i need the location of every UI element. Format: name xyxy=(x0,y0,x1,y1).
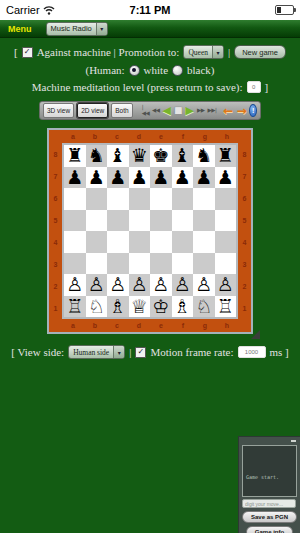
coord-label: 3 xyxy=(238,253,251,275)
square-f2[interactable]: ♙ xyxy=(172,274,194,296)
coord-label: 3 xyxy=(49,253,62,275)
square-c8[interactable]: ♝ xyxy=(107,145,129,167)
piece-a1: ♖ xyxy=(66,297,83,316)
square-h2[interactable]: ♙ xyxy=(215,274,237,296)
piece-e8: ♚ xyxy=(152,146,169,165)
coord-label: 6 xyxy=(49,187,62,209)
square-f8[interactable]: ♝ xyxy=(172,145,194,167)
square-c4[interactable] xyxy=(107,231,129,253)
meditation-line: Machine meditation level (press return t… xyxy=(0,81,300,93)
check-icon: ✓ xyxy=(24,48,31,56)
square-d3[interactable] xyxy=(129,253,151,275)
square-g3[interactable] xyxy=(193,253,215,275)
coord-label: c xyxy=(106,130,128,143)
coord-label: g xyxy=(194,130,216,143)
piece-b2: ♙ xyxy=(88,275,105,294)
white-label: white xyxy=(144,64,168,76)
square-a2[interactable]: ♙ xyxy=(64,274,86,296)
piece-d1: ♕ xyxy=(131,297,148,316)
game-log: Game start. xyxy=(242,445,297,497)
square-e8[interactable]: ♚ xyxy=(150,145,172,167)
square-e1[interactable]: ♔ xyxy=(150,296,172,318)
coord-label: 8 xyxy=(49,143,62,165)
square-b1[interactable]: ♘ xyxy=(86,296,108,318)
coord-label: 2 xyxy=(49,275,62,297)
square-g6[interactable] xyxy=(193,188,215,210)
square-e2[interactable]: ♙ xyxy=(150,274,172,296)
menu-button[interactable]: Menu xyxy=(8,24,32,34)
coord-label: c xyxy=(106,319,128,332)
piece-c2: ♙ xyxy=(109,275,126,294)
square-b3[interactable] xyxy=(86,253,108,275)
view-side-line: [ View side: Human side ▾ | ✓ Motion fra… xyxy=(0,345,300,359)
piece-g1: ♘ xyxy=(195,297,212,316)
move-input[interactable] xyxy=(242,499,296,508)
square-d1[interactable]: ♕ xyxy=(129,296,151,318)
view-3d-button[interactable]: 3D view xyxy=(43,103,74,118)
square-f7[interactable]: ♟ xyxy=(172,167,194,189)
step-back-icon[interactable]: ◀ xyxy=(163,105,171,116)
open-bracket: [ xyxy=(14,46,18,58)
chevron-down-icon: ▾ xyxy=(212,46,223,58)
piece-f1: ♗ xyxy=(174,297,191,316)
piece-g7: ♟ xyxy=(195,168,212,187)
carrier-label: Carrier xyxy=(6,4,40,16)
square-e7[interactable]: ♟ xyxy=(150,167,172,189)
coord-label: 5 xyxy=(49,209,62,231)
piece-b8: ♞ xyxy=(88,146,105,165)
promotion-select-value: Queen xyxy=(184,48,212,57)
square-g4[interactable] xyxy=(193,231,215,253)
coord-label: e xyxy=(150,319,172,332)
square-b6[interactable] xyxy=(86,188,108,210)
board-frame: abcdefgh 87654321 ♜♞♝♛♚♝♞♜♟♟♟♟♟♟♟♟♙♙♙♙♙♙… xyxy=(47,128,253,334)
square-g8[interactable]: ♞ xyxy=(193,145,215,167)
menu-bar: Menu Music Radio ▾ xyxy=(0,20,300,38)
view-2d-button[interactable]: 2D view xyxy=(77,103,108,118)
square-e5[interactable] xyxy=(150,210,172,232)
square-c2[interactable]: ♙ xyxy=(107,274,129,296)
square-c7[interactable]: ♟ xyxy=(107,167,129,189)
square-c1[interactable]: ♗ xyxy=(107,296,129,318)
piece-h1: ♖ xyxy=(217,297,234,316)
sound-select-value: Music Radio xyxy=(47,24,96,33)
chevron-down-icon: ▾ xyxy=(96,23,107,35)
square-d8[interactable]: ♛ xyxy=(129,145,151,167)
meditation-input[interactable] xyxy=(247,81,261,93)
square-f6[interactable] xyxy=(172,188,194,210)
board-resize-grip[interactable] xyxy=(251,330,260,339)
square-c6[interactable] xyxy=(107,188,129,210)
square-h3[interactable] xyxy=(215,253,237,275)
square-e4[interactable] xyxy=(150,231,172,253)
square-d5[interactable] xyxy=(129,210,151,232)
square-f4[interactable] xyxy=(172,231,194,253)
square-h1[interactable]: ♖ xyxy=(215,296,237,318)
coord-label: g xyxy=(194,319,216,332)
square-b5[interactable] xyxy=(86,210,108,232)
coord-label: 2 xyxy=(238,275,251,297)
skip-to-start-icon[interactable]: |◀◀ xyxy=(142,105,149,116)
game-info-button[interactable]: Game info xyxy=(246,526,293,533)
square-b2[interactable]: ♙ xyxy=(86,274,108,296)
view-toolbar: 3D view 2D view Both |◀◀ ◀◀ ◀ ■ ▶ ▶▶ ▶▶|… xyxy=(39,101,261,120)
close-bracket: ] xyxy=(265,81,269,93)
rank-labels-left: 87654321 xyxy=(49,143,62,319)
motion-label: Motion frame rate: xyxy=(150,346,233,358)
coord-label: 1 xyxy=(49,297,62,319)
square-c5[interactable] xyxy=(107,210,129,232)
square-f1[interactable]: ♗ xyxy=(172,296,194,318)
square-b8[interactable]: ♞ xyxy=(86,145,108,167)
coord-label: b xyxy=(84,319,106,332)
fast-forward-icon[interactable]: ▶▶ xyxy=(197,108,204,114)
square-b4[interactable] xyxy=(86,231,108,253)
coord-label: 7 xyxy=(238,165,251,187)
status-bar: Carrier 7:11 PM xyxy=(0,0,300,20)
rank-labels-right: 87654321 xyxy=(238,143,251,319)
square-e6[interactable] xyxy=(150,188,172,210)
piece-c8: ♝ xyxy=(109,146,126,165)
separator: | xyxy=(129,346,131,358)
square-a4[interactable] xyxy=(64,231,86,253)
coord-label: d xyxy=(128,319,150,332)
coord-label: h xyxy=(216,319,238,332)
battery-icon xyxy=(275,5,294,15)
meditation-label: Machine meditation level (press return t… xyxy=(32,81,243,93)
piece-d2: ♙ xyxy=(131,275,148,294)
game-options-line: [ ✓ Against machine | Promotion to: Quee… xyxy=(0,45,300,59)
coord-label: 4 xyxy=(238,231,251,253)
black-label: black) xyxy=(187,64,214,76)
square-b7[interactable]: ♟ xyxy=(86,167,108,189)
piece-h7: ♟ xyxy=(217,168,234,187)
stop-icon[interactable]: ■ xyxy=(174,106,183,115)
square-a5[interactable] xyxy=(64,210,86,232)
motion-checkbox[interactable]: ✓ xyxy=(135,347,146,358)
square-g1[interactable]: ♘ xyxy=(193,296,215,318)
piece-a8: ♜ xyxy=(66,146,83,165)
coord-label: 1 xyxy=(238,297,251,319)
promotion-select[interactable]: Queen ▾ xyxy=(183,45,224,59)
square-h8[interactable]: ♜ xyxy=(215,145,237,167)
check-icon: ✓ xyxy=(138,348,145,356)
redo-arrow-icon[interactable]: → xyxy=(236,105,246,117)
coord-label: 7 xyxy=(49,165,62,187)
view-side-select-value: Human side xyxy=(69,348,113,357)
square-a8[interactable]: ♜ xyxy=(64,145,86,167)
undo-arrow-icon[interactable]: ← xyxy=(223,105,233,117)
piece-b7: ♟ xyxy=(88,168,105,187)
step-forward-icon[interactable]: ▶ xyxy=(186,105,194,116)
sound-select[interactable]: Music Radio ▾ xyxy=(46,22,108,36)
ms-label: ms ] xyxy=(270,346,289,358)
coord-label: f xyxy=(172,319,194,332)
black-radio[interactable] xyxy=(172,65,183,76)
square-h6[interactable] xyxy=(215,188,237,210)
square-e3[interactable] xyxy=(150,253,172,275)
human-prefix: (Human: xyxy=(85,64,124,76)
piece-a2: ♙ xyxy=(66,275,83,294)
piece-h2: ♙ xyxy=(217,275,234,294)
square-h4[interactable] xyxy=(215,231,237,253)
piece-d7: ♟ xyxy=(131,168,148,187)
chess-board: abcdefgh 87654321 ♜♞♝♛♚♝♞♜♟♟♟♟♟♟♟♟♙♙♙♙♙♙… xyxy=(47,128,253,334)
piece-c7: ♟ xyxy=(109,168,126,187)
coord-label: 6 xyxy=(238,187,251,209)
piece-b1: ♘ xyxy=(88,297,105,316)
coord-label: b xyxy=(84,130,106,143)
piece-e1: ♔ xyxy=(152,297,169,316)
piece-g2: ♙ xyxy=(195,275,212,294)
coord-label: h xyxy=(216,130,238,143)
save-pgn-button[interactable]: Save as PGN xyxy=(242,511,297,523)
frame-rate-input[interactable] xyxy=(238,346,266,358)
square-a1[interactable]: ♖ xyxy=(64,296,86,318)
square-a6[interactable] xyxy=(64,188,86,210)
coord-label: 4 xyxy=(49,231,62,253)
coord-label: a xyxy=(62,130,84,143)
piece-h8: ♜ xyxy=(217,146,234,165)
new-game-button[interactable]: New game xyxy=(234,45,286,59)
coord-label: d xyxy=(128,130,150,143)
piece-f7: ♟ xyxy=(174,168,191,187)
against-machine-checkbox[interactable]: ✓ xyxy=(22,47,33,58)
piece-d8: ♛ xyxy=(131,146,148,165)
view-both-button[interactable]: Both xyxy=(111,103,132,118)
panel-handle[interactable] xyxy=(291,440,296,442)
coord-label: 8 xyxy=(238,143,251,165)
piece-g8: ♞ xyxy=(195,146,212,165)
white-radio[interactable] xyxy=(129,65,140,76)
square-h5[interactable] xyxy=(215,210,237,232)
view-side-label: [ View side: xyxy=(11,346,64,358)
wifi-icon xyxy=(43,6,55,15)
square-a3[interactable] xyxy=(64,253,86,275)
chevron-down-icon: ▾ xyxy=(113,346,124,358)
square-c3[interactable] xyxy=(107,253,129,275)
piece-a7: ♟ xyxy=(66,168,83,187)
piece-e7: ♟ xyxy=(152,168,169,187)
file-labels-top: abcdefgh xyxy=(62,130,238,143)
square-d4[interactable] xyxy=(129,231,151,253)
coord-label: a xyxy=(62,319,84,332)
fast-rewind-icon[interactable]: ◀◀ xyxy=(152,108,159,114)
view-side-select[interactable]: Human side ▾ xyxy=(68,345,125,359)
piece-e2: ♙ xyxy=(152,275,169,294)
square-d7[interactable]: ♟ xyxy=(129,167,151,189)
coord-label: 5 xyxy=(238,209,251,231)
square-a7[interactable]: ♟ xyxy=(64,167,86,189)
game-console-panel: Game start. Save as PGN Game info xyxy=(238,436,300,533)
board-squares: ♜♞♝♛♚♝♞♜♟♟♟♟♟♟♟♟♙♙♙♙♙♙♙♙♖♘♗♕♔♗♘♖ xyxy=(62,143,238,319)
square-f3[interactable] xyxy=(172,253,194,275)
square-g7[interactable]: ♟ xyxy=(193,167,215,189)
square-d2[interactable]: ♙ xyxy=(129,274,151,296)
piece-f2: ♙ xyxy=(174,275,191,294)
human-color-line: (Human: white black) xyxy=(0,64,300,76)
square-f5[interactable] xyxy=(172,210,194,232)
info-icon[interactable]: ! xyxy=(249,104,257,117)
square-h7[interactable]: ♟ xyxy=(215,167,237,189)
square-g2[interactable]: ♙ xyxy=(193,274,215,296)
separator: | xyxy=(228,46,230,58)
square-d6[interactable] xyxy=(129,188,151,210)
skip-to-end-icon[interactable]: ▶▶| xyxy=(208,108,217,114)
file-labels-bottom: abcdefgh xyxy=(62,319,238,332)
coord-label: f xyxy=(172,130,194,143)
piece-c1: ♗ xyxy=(109,297,126,316)
against-machine-label: Against machine | Promotion to: xyxy=(37,46,180,58)
coord-label: e xyxy=(150,130,172,143)
square-g5[interactable] xyxy=(193,210,215,232)
piece-f8: ♝ xyxy=(174,146,191,165)
